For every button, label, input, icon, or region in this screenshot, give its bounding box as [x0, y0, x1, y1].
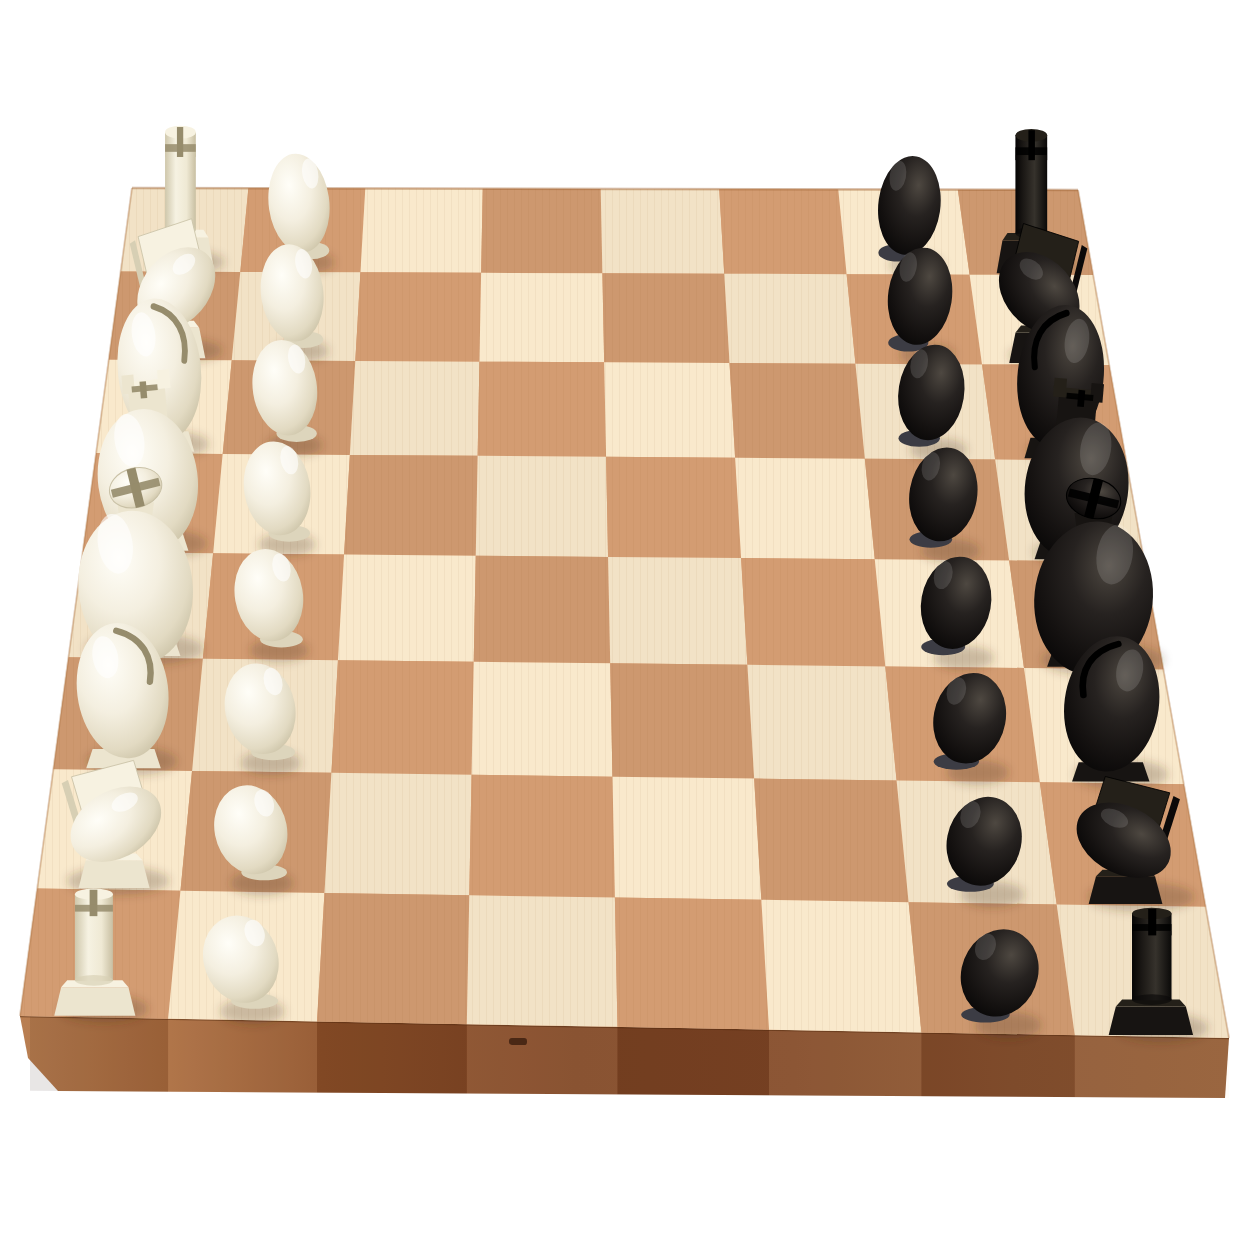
rook-slot-horizontal — [75, 905, 113, 912]
rook-slot-horizontal — [1015, 147, 1047, 155]
rook-base — [1109, 1006, 1193, 1035]
chessboard-scene — [0, 0, 1248, 1248]
knight-base — [1089, 876, 1163, 904]
rook-slot-vertical — [177, 127, 183, 157]
rook-slot-vertical — [1148, 909, 1156, 935]
box-clasp-mark — [509, 1038, 527, 1045]
chess-product-photo — [0, 0, 1248, 1248]
rook-slot-horizontal — [1132, 924, 1172, 931]
rook-slot-vertical — [1028, 130, 1034, 160]
rook-slot-horizontal — [165, 144, 196, 152]
knight-base — [79, 860, 150, 888]
rook-base — [54, 987, 135, 1016]
rook-slot-vertical — [90, 890, 98, 916]
